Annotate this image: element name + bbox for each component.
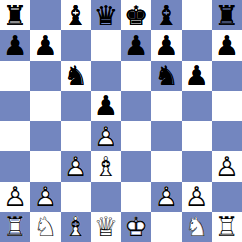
square-b4[interactable]: [30, 121, 60, 151]
square-h4[interactable]: [212, 121, 242, 151]
white-piece-outline: ♙: [212, 151, 242, 181]
white-knight-icon: ♞♘: [182, 212, 212, 242]
black-piece-glyph: ♝: [61, 0, 91, 30]
square-a8[interactable]: ♜: [0, 0, 30, 30]
black-piece-glyph: ♟: [121, 30, 151, 60]
white-piece-outline: ♗: [61, 212, 91, 242]
square-f8[interactable]: ♝: [151, 0, 181, 30]
white-pawn-icon: ♟♙: [61, 151, 91, 181]
square-h2[interactable]: [212, 182, 242, 212]
square-g8[interactable]: [182, 0, 212, 30]
white-pawn-icon: ♟♙: [182, 182, 212, 212]
white-king-icon: ♚♔: [121, 212, 151, 242]
white-piece-outline: ♘: [30, 212, 60, 242]
square-b8[interactable]: [30, 0, 60, 30]
square-b2[interactable]: ♟♙: [30, 182, 60, 212]
square-b3[interactable]: [30, 151, 60, 181]
square-h1[interactable]: ♜♖: [212, 212, 242, 242]
black-rook-icon: ♜: [212, 0, 242, 30]
square-e3[interactable]: [121, 151, 151, 181]
black-piece-glyph: ♞: [151, 61, 181, 91]
white-piece-outline: ♙: [151, 182, 181, 212]
white-piece-outline: ♖: [212, 212, 242, 242]
black-knight-icon: ♞: [61, 61, 91, 91]
white-bishop-icon: ♝♗: [91, 151, 121, 181]
white-piece-outline: ♙: [30, 182, 60, 212]
square-a1[interactable]: ♜♖: [0, 212, 30, 242]
black-piece-glyph: ♜: [0, 0, 30, 30]
square-b6[interactable]: [30, 61, 60, 91]
square-a7[interactable]: ♟: [0, 30, 30, 60]
square-g6[interactable]: ♟: [182, 61, 212, 91]
square-c5[interactable]: [61, 91, 91, 121]
square-d4[interactable]: ♟♙: [91, 121, 121, 151]
square-c4[interactable]: [61, 121, 91, 151]
white-piece-outline: ♕: [91, 212, 121, 242]
square-d6[interactable]: [91, 61, 121, 91]
white-pawn-icon: ♟♙: [0, 182, 30, 212]
black-king-icon: ♚: [121, 0, 151, 30]
black-piece-glyph: ♝: [151, 0, 181, 30]
square-h5[interactable]: [212, 91, 242, 121]
square-e7[interactable]: ♟: [121, 30, 151, 60]
white-piece-outline: ♗: [91, 151, 121, 181]
square-d7[interactable]: [91, 30, 121, 60]
white-pawn-icon: ♟♙: [30, 182, 60, 212]
black-pawn-icon: ♟: [182, 61, 212, 91]
square-d3[interactable]: ♝♗: [91, 151, 121, 181]
square-a6[interactable]: [0, 61, 30, 91]
square-c7[interactable]: [61, 30, 91, 60]
square-a2[interactable]: ♟♙: [0, 182, 30, 212]
black-rook-icon: ♜: [0, 0, 30, 30]
square-e1[interactable]: ♚♔: [121, 212, 151, 242]
white-queen-icon: ♛♕: [91, 212, 121, 242]
black-pawn-icon: ♟: [121, 30, 151, 60]
black-pawn-icon: ♟: [30, 30, 60, 60]
square-a3[interactable]: [0, 151, 30, 181]
white-piece-outline: ♙: [61, 151, 91, 181]
white-pawn-icon: ♟♙: [151, 182, 181, 212]
square-g3[interactable]: [182, 151, 212, 181]
black-queen-icon: ♛: [91, 0, 121, 30]
square-g2[interactable]: ♟♙: [182, 182, 212, 212]
square-g7[interactable]: [182, 30, 212, 60]
square-f2[interactable]: ♟♙: [151, 182, 181, 212]
black-pawn-icon: ♟: [212, 30, 242, 60]
black-piece-glyph: ♟: [212, 30, 242, 60]
square-g5[interactable]: [182, 91, 212, 121]
black-bishop-icon: ♝: [151, 0, 181, 30]
black-pawn-icon: ♟: [91, 91, 121, 121]
black-piece-glyph: ♟: [30, 30, 60, 60]
black-pawn-icon: ♟: [0, 30, 30, 60]
square-b5[interactable]: [30, 91, 60, 121]
white-piece-outline: ♙: [182, 182, 212, 212]
square-f4[interactable]: [151, 121, 181, 151]
square-c8[interactable]: ♝: [61, 0, 91, 30]
square-d2[interactable]: [91, 182, 121, 212]
black-piece-glyph: ♛: [91, 0, 121, 30]
square-e5[interactable]: [121, 91, 151, 121]
black-pawn-icon: ♟: [151, 30, 181, 60]
white-piece-outline: ♙: [91, 121, 121, 151]
square-f1[interactable]: [151, 212, 181, 242]
white-knight-icon: ♞♘: [30, 212, 60, 242]
square-d8[interactable]: ♛: [91, 0, 121, 30]
square-c1[interactable]: ♝♗: [61, 212, 91, 242]
white-piece-outline: ♔: [121, 212, 151, 242]
square-a4[interactable]: [0, 121, 30, 151]
square-g4[interactable]: [182, 121, 212, 151]
square-f6[interactable]: ♞: [151, 61, 181, 91]
square-d1[interactable]: ♛♕: [91, 212, 121, 242]
black-piece-glyph: ♚: [121, 0, 151, 30]
square-h6[interactable]: [212, 61, 242, 91]
black-piece-glyph: ♞: [61, 61, 91, 91]
square-b7[interactable]: ♟: [30, 30, 60, 60]
square-g1[interactable]: ♞♘: [182, 212, 212, 242]
square-c6[interactable]: ♞: [61, 61, 91, 91]
square-f7[interactable]: ♟: [151, 30, 181, 60]
black-knight-icon: ♞: [151, 61, 181, 91]
square-e6[interactable]: [121, 61, 151, 91]
square-b1[interactable]: ♞♘: [30, 212, 60, 242]
white-piece-outline: ♖: [0, 212, 30, 242]
black-piece-glyph: ♜: [212, 0, 242, 30]
square-f3[interactable]: [151, 151, 181, 181]
white-pawn-icon: ♟♙: [212, 151, 242, 181]
black-piece-glyph: ♟: [0, 30, 30, 60]
white-piece-outline: ♙: [0, 182, 30, 212]
square-d5[interactable]: ♟: [91, 91, 121, 121]
white-rook-icon: ♜♖: [0, 212, 30, 242]
black-piece-glyph: ♟: [91, 91, 121, 121]
square-c2[interactable]: [61, 182, 91, 212]
chess-board: ♜♝♛♚♝♜♟♟♟♟♟♞♞♟♟♟♙♟♙♝♗♟♙♟♙♟♙♟♙♟♙♜♖♞♘♝♗♛♕♚…: [0, 0, 242, 242]
square-e2[interactable]: [121, 182, 151, 212]
square-a5[interactable]: [0, 91, 30, 121]
black-bishop-icon: ♝: [61, 0, 91, 30]
square-h7[interactable]: ♟: [212, 30, 242, 60]
white-piece-outline: ♘: [182, 212, 212, 242]
square-e8[interactable]: ♚: [121, 0, 151, 30]
black-piece-glyph: ♟: [182, 61, 212, 91]
square-e4[interactable]: [121, 121, 151, 151]
white-bishop-icon: ♝♗: [61, 212, 91, 242]
square-h3[interactable]: ♟♙: [212, 151, 242, 181]
square-f5[interactable]: [151, 91, 181, 121]
black-piece-glyph: ♟: [151, 30, 181, 60]
white-rook-icon: ♜♖: [212, 212, 242, 242]
square-h8[interactable]: ♜: [212, 0, 242, 30]
square-c3[interactable]: ♟♙: [61, 151, 91, 181]
white-pawn-icon: ♟♙: [91, 121, 121, 151]
